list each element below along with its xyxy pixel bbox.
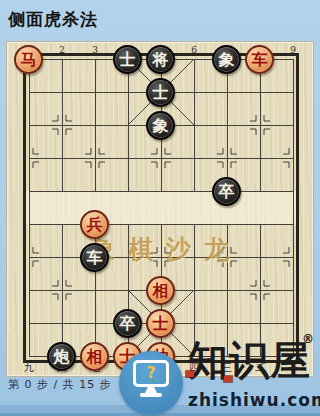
page-title: 侧面虎杀法 (8, 8, 98, 31)
power-dot-icon (152, 379, 155, 382)
piece-red-general: 帅 (146, 342, 175, 371)
monitor-base-icon (140, 393, 162, 397)
piece-black-soldier: 卒 (212, 177, 241, 206)
piece-black-advisor: 士 (146, 78, 175, 107)
board-grid: 马士将象车士象卒兵车相卒士炮相士帅 (12, 43, 309, 373)
piece-red-chariot: 车 (245, 45, 274, 74)
piece-black-cannon: 炮 (47, 342, 76, 371)
piece-black-elephant: 象 (146, 111, 175, 140)
piece-red-advisor: 士 (113, 342, 142, 371)
piece-black-advisor: 士 (113, 45, 142, 74)
status-text: 第 0 步 / 共 15 步 (8, 377, 112, 392)
piece-red-elephant: 相 (146, 276, 175, 305)
piece-black-elephant: 象 (212, 45, 241, 74)
piece-red-advisor: 士 (146, 309, 175, 338)
board-panel: 123456789 九八七六五四三二一 象棋沙龙 马士将象车士象卒兵车相卒士炮相… (7, 42, 313, 376)
piece-black-soldier: 卒 (113, 309, 142, 338)
piece-black-chariot: 车 (80, 243, 109, 272)
piece-red-horse: 马 (14, 45, 43, 74)
piece-red-soldier: 兵 (80, 210, 109, 239)
bottom-strip (0, 405, 320, 416)
piece-red-elephant: 相 (80, 342, 109, 371)
piece-black-general: 将 (146, 45, 175, 74)
monitor-stand-icon (145, 387, 157, 393)
